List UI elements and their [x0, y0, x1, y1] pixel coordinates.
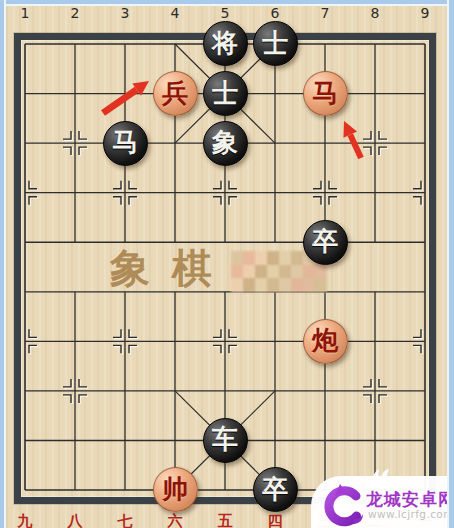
- dragon-logo-icon: [320, 483, 364, 527]
- move-arrows: [0, 0, 454, 528]
- site-watermark: 龙城安卓网 www.lcjrfg.com: [311, 476, 454, 528]
- xiangqi-app-window: 象棋 123456789 九八七六五四三二一 将士士兵马马象卒炮车帅卒 龙城安卓…: [0, 0, 454, 528]
- window-border-left: [0, 0, 6, 528]
- window-border-right: [447, 0, 454, 528]
- window-border-top: [0, 0, 454, 6]
- watermark-site-url: www.lcjrfg.com: [368, 508, 454, 520]
